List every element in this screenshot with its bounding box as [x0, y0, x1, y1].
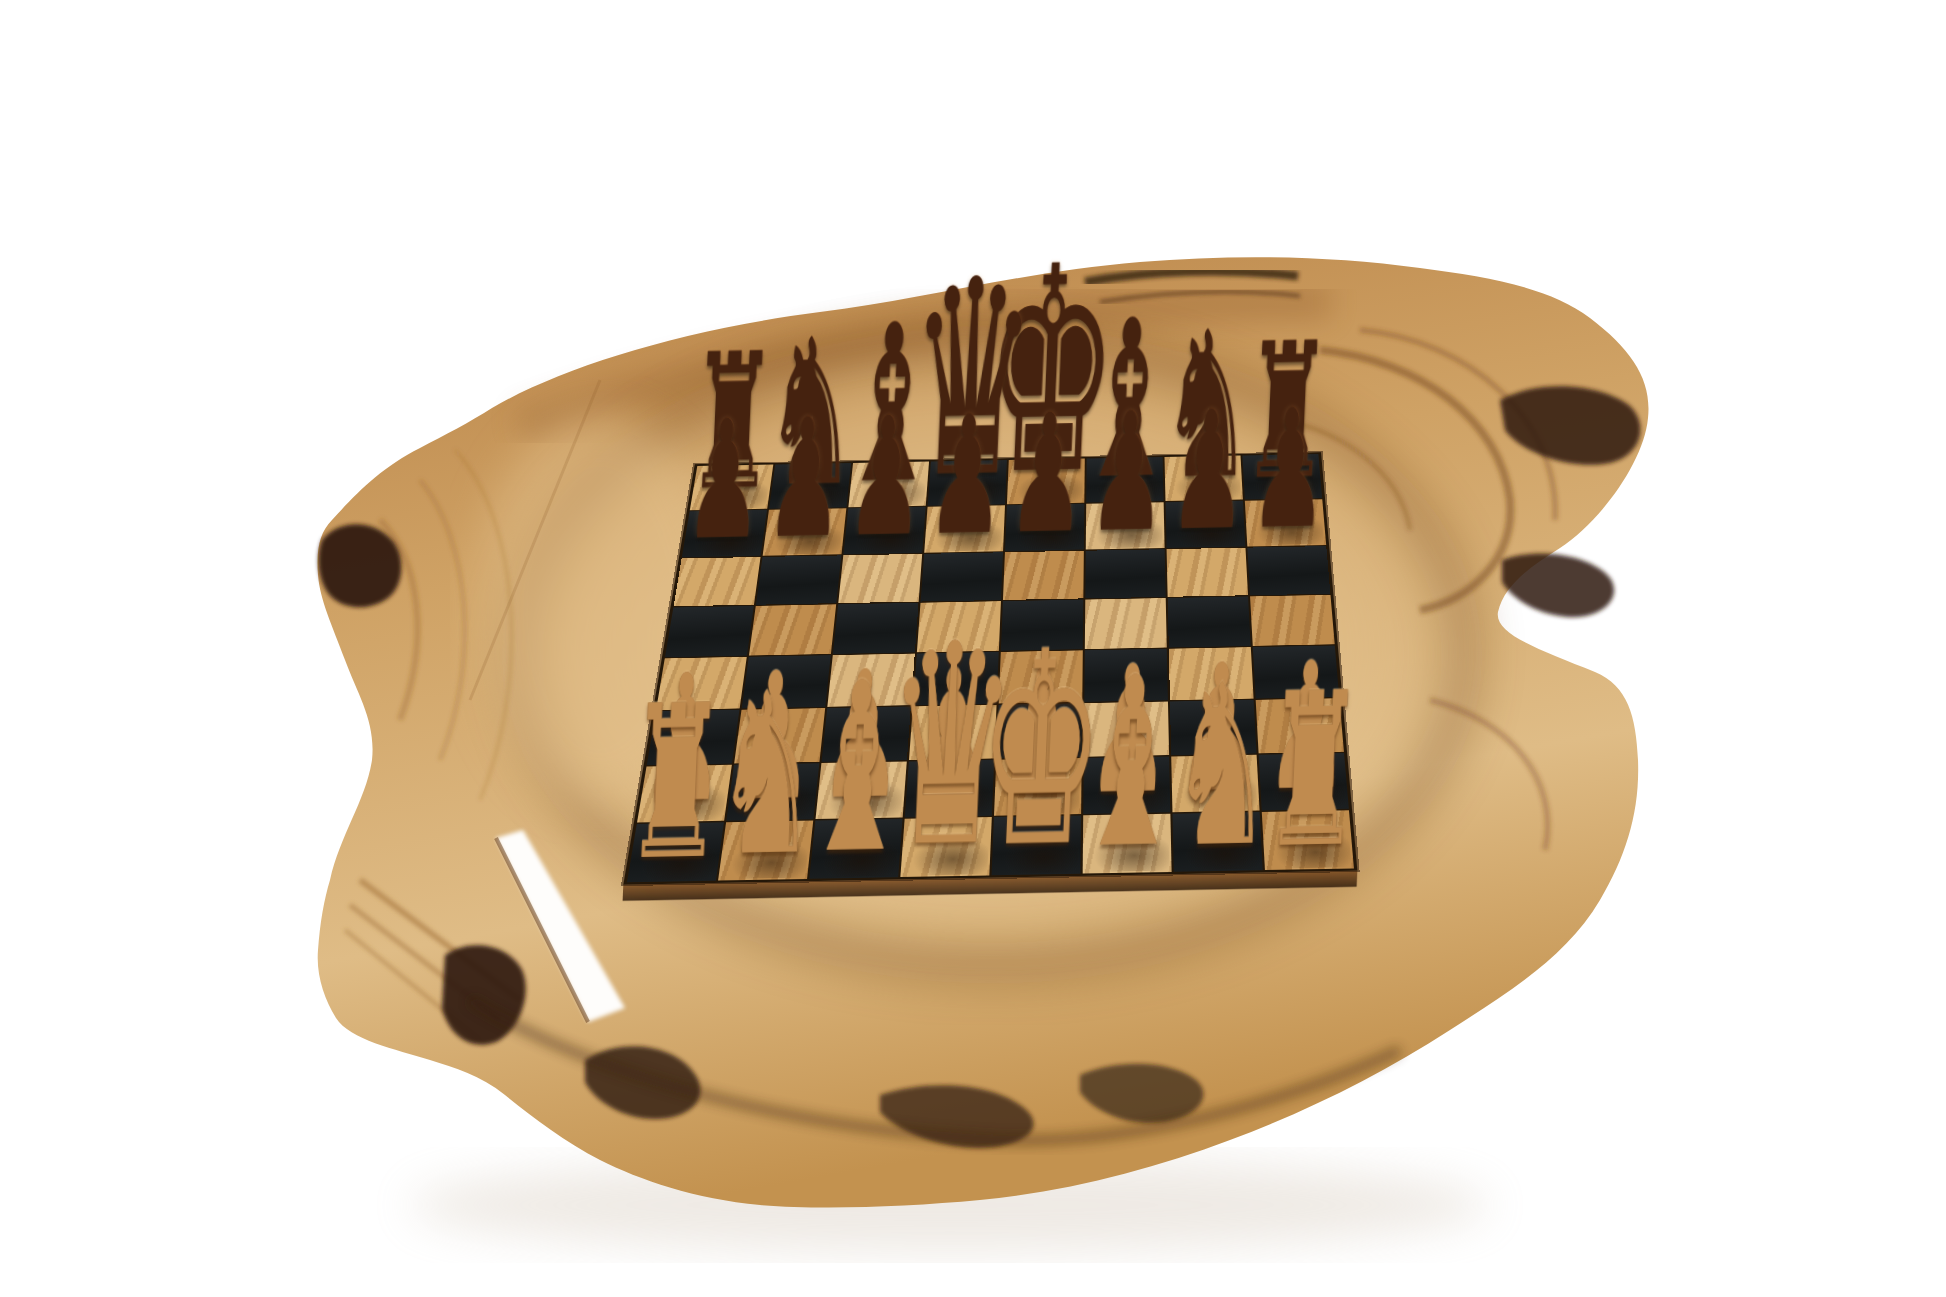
white-rook[interactable]: ♜	[622, 684, 729, 881]
black-pawn[interactable]: ♟	[926, 400, 1008, 552]
white-king[interactable]: ♚	[974, 626, 1109, 874]
white-rook[interactable]: ♜	[1260, 672, 1367, 869]
square-b7[interactable]: ♟	[763, 508, 847, 555]
black-pawn[interactable]: ♟	[764, 403, 846, 555]
chess-board: ♜♞♝♛♚♝♞♜♟♟♟♟♟♟♟♟♟♟♟♟♟♟♟♟♜♞♝♛♚♝♞♜	[623, 452, 1357, 884]
white-bishop[interactable]: ♝	[799, 661, 917, 878]
square-e7[interactable]: ♟	[1005, 504, 1084, 551]
black-pawn[interactable]: ♟	[1168, 395, 1250, 547]
square-g6[interactable]	[1167, 548, 1248, 597]
square-a6[interactable]	[674, 557, 761, 606]
board-perspective-wrap: ♜♞♝♛♚♝♞♜♟♟♟♟♟♟♟♟♟♟♟♟♟♟♟♟♜♞♝♛♚♝♞♜	[648, 307, 1352, 997]
square-h7[interactable]: ♟	[1245, 499, 1326, 546]
black-pawn[interactable]: ♟	[845, 401, 927, 553]
square-a7[interactable]: ♟	[682, 510, 767, 558]
square-g1[interactable]: ♞	[1172, 812, 1262, 872]
square-c1[interactable]: ♝	[809, 819, 902, 879]
black-pawn[interactable]: ♟	[1249, 393, 1331, 545]
square-f7[interactable]: ♟	[1086, 502, 1165, 549]
black-pawn[interactable]: ♟	[683, 404, 765, 556]
square-e1[interactable]: ♚	[992, 815, 1082, 875]
bark-notch-lower	[1502, 554, 1614, 618]
square-h1[interactable]: ♜	[1262, 810, 1354, 870]
square-h6[interactable]	[1247, 546, 1330, 595]
scene: ♜♞♝♛♚♝♞♜♟♟♟♟♟♟♟♟♟♟♟♟♟♟♟♟♜♞♝♛♚♝♞♜	[0, 0, 1946, 1297]
black-pawn[interactable]: ♟	[1087, 396, 1169, 548]
black-pawn[interactable]: ♟	[1006, 398, 1088, 550]
square-f6[interactable]	[1085, 549, 1165, 598]
square-c7[interactable]: ♟	[843, 507, 925, 554]
square-b6[interactable]	[756, 555, 841, 604]
square-d7[interactable]: ♟	[924, 505, 1005, 552]
square-g7[interactable]: ♟	[1166, 501, 1246, 548]
square-a1[interactable]: ♜	[627, 822, 724, 882]
